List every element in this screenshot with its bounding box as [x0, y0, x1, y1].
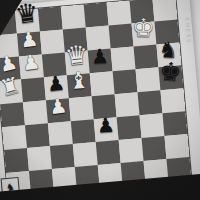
square-f4: [113, 69, 138, 94]
square-g7: [142, 136, 167, 161]
chess-board: ♛♟♚♟♟♛♟♞♜♟♝♚♟♟: [0, 0, 191, 196]
piece-white-bishop-d4: ♝: [67, 69, 92, 94]
square-b5: [23, 100, 48, 125]
square-c2: [40, 29, 65, 54]
square-e4: [90, 71, 115, 96]
square-e6: ♟: [94, 117, 119, 142]
square-f6: [117, 115, 142, 140]
square-b6: [25, 123, 50, 148]
square-d7: [73, 142, 98, 167]
photo-frame: ♛♟♚♟♟♛♟♞♜♟♝♚♟♟ CHESS CHESS ♞ ♞: [0, 0, 200, 200]
square-b3: ♟: [19, 54, 44, 79]
piece-white-pawn-c5: ♟: [45, 94, 71, 120]
piece-white-king-g2: ♚: [132, 16, 155, 39]
square-c5: ♟: [46, 98, 71, 123]
piece-black-pawn-e6: ♟: [94, 113, 119, 138]
square-g4: [136, 67, 161, 92]
square-g3: [134, 44, 159, 69]
square-h6: [162, 111, 187, 136]
square-b4: [21, 77, 46, 102]
square-h1: [152, 0, 177, 21]
board-brand-text-right: CHESS: [184, 17, 192, 44]
square-a5: [0, 102, 25, 127]
square-c7: [50, 144, 75, 169]
square-e1: [84, 3, 109, 28]
square-g2: ♚: [132, 21, 157, 46]
piece-black-king-h4: ♚: [158, 59, 183, 84]
square-e7: [96, 140, 121, 165]
square-f3: [111, 46, 136, 71]
square-b7: [27, 146, 52, 171]
square-a7: [4, 148, 29, 173]
square-d1: [61, 5, 86, 30]
square-f5: [115, 92, 140, 117]
square-a6: [2, 125, 27, 150]
square-d4: ♝: [67, 73, 92, 98]
square-g6: [140, 113, 165, 138]
piece-white-pawn-b3: ♟: [18, 50, 44, 76]
square-e3: ♟: [88, 48, 113, 73]
square-f7: [119, 138, 144, 163]
square-d6: [71, 119, 96, 144]
square-f2: [109, 23, 134, 48]
square-h7: [164, 134, 189, 159]
piece-white-pawn-b2: ♟: [16, 27, 42, 53]
square-g5: [138, 90, 163, 115]
square-c1: [38, 7, 63, 32]
square-d5: [69, 96, 94, 121]
square-a4: ♜: [0, 79, 23, 104]
square-h5: [160, 88, 185, 113]
piece-white-queen-d3: ♛: [64, 43, 89, 68]
square-h4: ♚: [158, 65, 183, 90]
chess-board-border: ♛♟♚♟♟♛♟♞♜♟♝♚♟♟ CHESS CHESS ♞ ♞: [0, 0, 200, 200]
square-c6: [48, 121, 73, 146]
square-f1: [107, 1, 132, 26]
piece-black-pawn-e3: ♟: [88, 45, 112, 69]
